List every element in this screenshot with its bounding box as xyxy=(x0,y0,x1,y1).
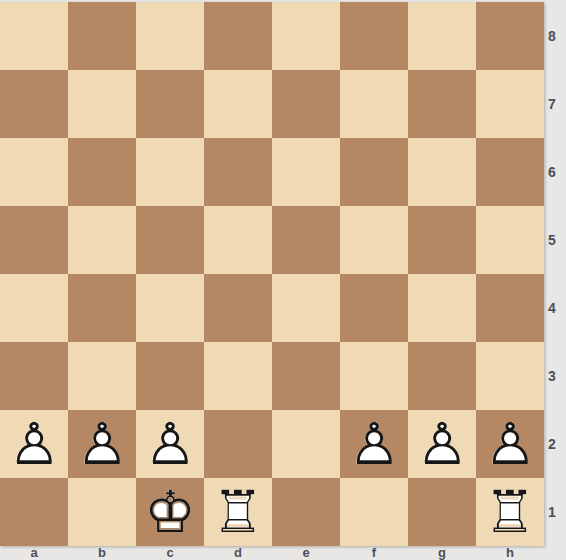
square-a7[interactable] xyxy=(0,70,68,138)
square-d4[interactable] xyxy=(204,274,272,342)
square-h6[interactable] xyxy=(476,138,544,206)
square-e2[interactable] xyxy=(272,410,340,478)
square-c5[interactable] xyxy=(136,206,204,274)
square-a2[interactable]: ♟♙ xyxy=(0,410,68,478)
square-e1[interactable] xyxy=(272,478,340,546)
square-f6[interactable] xyxy=(340,138,408,206)
square-c4[interactable] xyxy=(136,274,204,342)
white-pawn-glyph-fill: ♟ xyxy=(0,410,68,478)
square-g3[interactable] xyxy=(408,342,476,410)
square-g4[interactable] xyxy=(408,274,476,342)
file-label-g: g xyxy=(408,546,476,560)
square-d8[interactable] xyxy=(204,2,272,70)
square-f3[interactable] xyxy=(340,342,408,410)
white-pawn-glyph-outline: ♙ xyxy=(136,410,204,478)
white-rook-glyph-fill: ♜ xyxy=(476,478,544,546)
white-pawn-glyph-fill: ♟ xyxy=(408,410,476,478)
square-c2[interactable]: ♟♙ xyxy=(136,410,204,478)
square-h2[interactable]: ♟♙ xyxy=(476,410,544,478)
square-b8[interactable] xyxy=(68,2,136,70)
square-g6[interactable] xyxy=(408,138,476,206)
white-pawn[interactable]: ♟♙ xyxy=(476,410,544,478)
rank-label-1: 1 xyxy=(544,478,566,546)
square-b5[interactable] xyxy=(68,206,136,274)
square-h4[interactable] xyxy=(476,274,544,342)
rank-coordinates: 87654321 xyxy=(544,2,566,546)
square-g5[interactable] xyxy=(408,206,476,274)
white-rook[interactable]: ♜♖ xyxy=(204,478,272,546)
file-coordinates: abcdefgh xyxy=(0,546,544,560)
white-pawn-glyph-outline: ♙ xyxy=(68,410,136,478)
square-h1[interactable]: ♜♖ xyxy=(476,478,544,546)
square-c1[interactable]: ♚♔ xyxy=(136,478,204,546)
file-label-h: h xyxy=(476,546,544,560)
rank-label-2: 2 xyxy=(544,410,566,478)
rank-label-7: 7 xyxy=(544,70,566,138)
square-a4[interactable] xyxy=(0,274,68,342)
square-e3[interactable] xyxy=(272,342,340,410)
white-pawn-glyph-outline: ♙ xyxy=(0,410,68,478)
square-f1[interactable] xyxy=(340,478,408,546)
square-f8[interactable] xyxy=(340,2,408,70)
square-d6[interactable] xyxy=(204,138,272,206)
white-pawn-glyph-outline: ♙ xyxy=(408,410,476,478)
file-label-c: c xyxy=(136,546,204,560)
square-a1[interactable] xyxy=(0,478,68,546)
rank-label-6: 6 xyxy=(544,138,566,206)
square-a5[interactable] xyxy=(0,206,68,274)
file-label-a: a xyxy=(0,546,68,560)
white-pawn-glyph-outline: ♙ xyxy=(340,410,408,478)
square-g2[interactable]: ♟♙ xyxy=(408,410,476,478)
square-g7[interactable] xyxy=(408,70,476,138)
square-e6[interactable] xyxy=(272,138,340,206)
white-rook-glyph-fill: ♜ xyxy=(204,478,272,546)
white-pawn-glyph-fill: ♟ xyxy=(340,410,408,478)
square-d3[interactable] xyxy=(204,342,272,410)
square-h3[interactable] xyxy=(476,342,544,410)
square-c6[interactable] xyxy=(136,138,204,206)
square-h5[interactable] xyxy=(476,206,544,274)
white-pawn[interactable]: ♟♙ xyxy=(0,410,68,478)
white-rook-glyph-outline: ♖ xyxy=(204,478,272,546)
square-e8[interactable] xyxy=(272,2,340,70)
square-h7[interactable] xyxy=(476,70,544,138)
file-label-f: f xyxy=(340,546,408,560)
file-label-d: d xyxy=(204,546,272,560)
rank-label-8: 8 xyxy=(544,2,566,70)
white-rook-glyph-outline: ♖ xyxy=(476,478,544,546)
square-d5[interactable] xyxy=(204,206,272,274)
square-a3[interactable] xyxy=(0,342,68,410)
white-pawn-glyph-outline: ♙ xyxy=(476,410,544,478)
square-d2[interactable] xyxy=(204,410,272,478)
square-a6[interactable] xyxy=(0,138,68,206)
square-b2[interactable]: ♟♙ xyxy=(68,410,136,478)
square-b7[interactable] xyxy=(68,70,136,138)
square-g1[interactable] xyxy=(408,478,476,546)
square-d7[interactable] xyxy=(204,70,272,138)
square-f4[interactable] xyxy=(340,274,408,342)
square-f7[interactable] xyxy=(340,70,408,138)
square-e4[interactable] xyxy=(272,274,340,342)
white-pawn[interactable]: ♟♙ xyxy=(136,410,204,478)
white-pawn-glyph-fill: ♟ xyxy=(68,410,136,478)
square-c7[interactable] xyxy=(136,70,204,138)
square-e7[interactable] xyxy=(272,70,340,138)
file-label-e: e xyxy=(272,546,340,560)
white-pawn[interactable]: ♟♙ xyxy=(68,410,136,478)
rank-label-5: 5 xyxy=(544,206,566,274)
square-h8[interactable] xyxy=(476,2,544,70)
square-b3[interactable] xyxy=(68,342,136,410)
file-label-b: b xyxy=(68,546,136,560)
square-b1[interactable] xyxy=(68,478,136,546)
white-pawn[interactable]: ♟♙ xyxy=(408,410,476,478)
square-e5[interactable] xyxy=(272,206,340,274)
square-a8[interactable] xyxy=(0,2,68,70)
chess-board: ♟♙♟♙♟♙♟♙♟♙♟♙♚♔♜♖♜♖ xyxy=(0,2,544,546)
square-c3[interactable] xyxy=(136,342,204,410)
square-c8[interactable] xyxy=(136,2,204,70)
white-pawn-glyph-fill: ♟ xyxy=(476,410,544,478)
white-king-glyph-outline: ♔ xyxy=(136,478,204,546)
square-f2[interactable]: ♟♙ xyxy=(340,410,408,478)
square-b4[interactable] xyxy=(68,274,136,342)
white-king-glyph-fill: ♚ xyxy=(136,478,204,546)
square-f5[interactable] xyxy=(340,206,408,274)
square-g8[interactable] xyxy=(408,2,476,70)
white-king[interactable]: ♚♔ xyxy=(136,478,204,546)
rank-label-3: 3 xyxy=(544,342,566,410)
white-pawn-glyph-fill: ♟ xyxy=(136,410,204,478)
square-d1[interactable]: ♜♖ xyxy=(204,478,272,546)
white-rook[interactable]: ♜♖ xyxy=(476,478,544,546)
white-pawn[interactable]: ♟♙ xyxy=(340,410,408,478)
square-b6[interactable] xyxy=(68,138,136,206)
rank-label-4: 4 xyxy=(544,274,566,342)
